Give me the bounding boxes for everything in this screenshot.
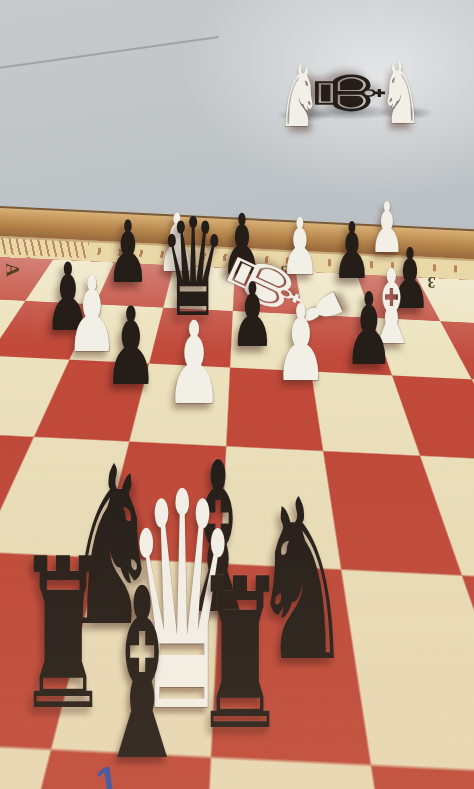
piece-black-bishop[interactable]: ♝ xyxy=(89,558,195,789)
piece-black-pawn[interactable]: ♟ xyxy=(101,293,160,401)
piece-white-knight[interactable]: ♞ xyxy=(377,50,424,136)
piece-black-pawn[interactable]: ♟ xyxy=(228,271,277,360)
piece-white-pawn[interactable]: ♟ xyxy=(163,307,226,421)
piece-white-knight[interactable]: ♞ xyxy=(275,53,322,139)
piece-black-pawn[interactable]: ♟ xyxy=(342,280,397,380)
pieces-layer: ♚♞♞♟♟♟♟♟♟♚♟♛♟♟♝♟♟♟♟♟♟♝♞♞♛♜♜♝ xyxy=(0,0,474,789)
piece-white-pawn[interactable]: ♟ xyxy=(272,291,330,397)
chessboard-photo-scene: A 5 3 1 ♚♞♞♟♟♟♟♟♟♚♟♛♟♟♝♟♟♟♟♟♟♝♞♞♛♜♜♝ xyxy=(0,0,474,789)
piece-black-rook[interactable]: ♜ xyxy=(188,551,292,759)
